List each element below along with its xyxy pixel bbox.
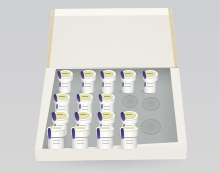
jar-label-accent — [79, 104, 81, 109]
jar-label-text — [104, 106, 110, 111]
jar-body — [102, 81, 115, 93]
jar-cap-sticker — [99, 127, 111, 130]
jar-label-text — [85, 83, 91, 88]
empty-slot — [122, 95, 138, 108]
jar-label-text — [62, 83, 68, 88]
jar-cap-sticker — [56, 94, 69, 100]
powder-jar — [143, 70, 158, 93]
jar-body — [48, 138, 64, 150]
empty-slot — [142, 97, 160, 111]
jar-label-text — [82, 106, 88, 111]
jar-label-text — [59, 106, 65, 111]
photo-stage — [0, 0, 220, 173]
jar-cap-sticker — [123, 127, 135, 130]
jar-body — [59, 81, 72, 93]
jar-label-accent — [59, 82, 61, 88]
powder-jar — [47, 126, 65, 149]
powder-jar — [96, 126, 114, 149]
jar-label-accent — [144, 82, 146, 88]
jar-body — [82, 81, 95, 93]
jar-label-accent — [56, 104, 58, 109]
jar-label-accent — [122, 82, 124, 88]
jar-label-text — [126, 140, 133, 145]
jar-cap-sticker — [101, 94, 114, 100]
powder-jar — [71, 126, 89, 149]
jar-label-accent — [82, 82, 84, 88]
jar-cap-sticker — [50, 127, 62, 130]
powder-jar — [58, 70, 73, 93]
jar-cap-sticker — [74, 127, 86, 130]
jar-body — [144, 81, 157, 93]
jar-body — [121, 138, 137, 150]
empty-slot — [141, 119, 161, 135]
jar-label-text — [125, 83, 131, 88]
jar-label-text — [53, 140, 60, 145]
jar-label-text — [102, 140, 109, 145]
powder-jar — [81, 70, 96, 93]
jar-label-accent — [102, 82, 104, 88]
jar-label-text — [147, 83, 153, 88]
powder-jar — [120, 126, 138, 149]
jar-label-text — [105, 83, 111, 88]
jar-body — [72, 138, 88, 150]
jar-body — [97, 138, 113, 150]
jar-body — [122, 81, 135, 93]
powder-jar — [101, 70, 116, 93]
jar-cap-sticker — [79, 94, 92, 100]
jar-label-accent — [101, 104, 103, 109]
powder-jar — [121, 70, 136, 93]
jar-label-text — [77, 140, 84, 145]
